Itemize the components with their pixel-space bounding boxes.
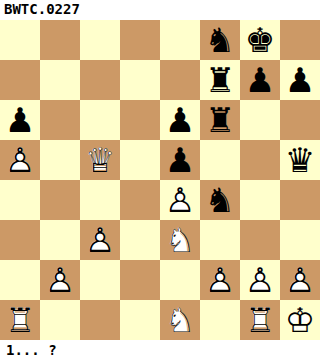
black-pawn-piece: ♟ — [245, 60, 275, 100]
black-king-piece: ♚ — [245, 20, 275, 60]
square-e5[interactable]: ♟ — [160, 140, 200, 180]
square-a8[interactable] — [0, 20, 40, 60]
white-rook-piece: ♜♖ — [240, 300, 280, 340]
square-c5[interactable]: ♛♕ — [80, 140, 120, 180]
square-g4[interactable] — [240, 180, 280, 220]
square-h7[interactable]: ♟ — [280, 60, 320, 100]
square-f1[interactable] — [200, 300, 240, 340]
square-a7[interactable] — [0, 60, 40, 100]
black-pawn-piece: ♟ — [285, 60, 315, 100]
square-g8[interactable]: ♚ — [240, 20, 280, 60]
square-a3[interactable] — [0, 220, 40, 260]
square-d4[interactable] — [120, 180, 160, 220]
square-d2[interactable] — [120, 260, 160, 300]
square-c3[interactable]: ♟♙ — [80, 220, 120, 260]
square-h8[interactable] — [280, 20, 320, 60]
square-g7[interactable]: ♟ — [240, 60, 280, 100]
square-b7[interactable] — [40, 60, 80, 100]
square-f4[interactable]: ♞ — [200, 180, 240, 220]
white-pawn-piece: ♟♙ — [280, 260, 320, 300]
square-d6[interactable] — [120, 100, 160, 140]
square-a5[interactable]: ♟♙ — [0, 140, 40, 180]
square-c4[interactable] — [80, 180, 120, 220]
square-e8[interactable] — [160, 20, 200, 60]
chess-board: ♞♚♜♟♟♟♟♜♟♙♛♕♟♛♟♙♞♟♙♞♘♟♙♟♙♟♙♟♙♜♖♞♘♜♖♚♔ — [0, 20, 320, 340]
move-prompt: 1... ? — [0, 340, 320, 360]
square-a1[interactable]: ♜♖ — [0, 300, 40, 340]
white-pawn-piece: ♟♙ — [0, 140, 40, 180]
white-pawn-piece: ♟♙ — [240, 260, 280, 300]
square-f6[interactable]: ♜ — [200, 100, 240, 140]
square-e3[interactable]: ♞♘ — [160, 220, 200, 260]
square-e2[interactable] — [160, 260, 200, 300]
square-f2[interactable]: ♟♙ — [200, 260, 240, 300]
square-e7[interactable] — [160, 60, 200, 100]
square-d8[interactable] — [120, 20, 160, 60]
square-f3[interactable] — [200, 220, 240, 260]
square-b1[interactable] — [40, 300, 80, 340]
white-pawn-piece: ♟♙ — [80, 220, 120, 260]
square-e4[interactable]: ♟♙ — [160, 180, 200, 220]
square-g6[interactable] — [240, 100, 280, 140]
black-pawn-piece: ♟ — [165, 140, 195, 180]
square-d3[interactable] — [120, 220, 160, 260]
square-h5[interactable]: ♛ — [280, 140, 320, 180]
white-knight-piece: ♞♘ — [160, 220, 200, 260]
square-g1[interactable]: ♜♖ — [240, 300, 280, 340]
white-pawn-piece: ♟♙ — [200, 260, 240, 300]
square-f7[interactable]: ♜ — [200, 60, 240, 100]
square-b4[interactable] — [40, 180, 80, 220]
square-g5[interactable] — [240, 140, 280, 180]
black-rook-piece: ♜ — [205, 100, 235, 140]
black-rook-piece: ♜ — [205, 60, 235, 100]
white-pawn-piece: ♟♙ — [40, 260, 80, 300]
square-c1[interactable] — [80, 300, 120, 340]
black-knight-piece: ♞ — [205, 180, 235, 220]
square-f5[interactable] — [200, 140, 240, 180]
square-b2[interactable]: ♟♙ — [40, 260, 80, 300]
square-b5[interactable] — [40, 140, 80, 180]
square-h6[interactable] — [280, 100, 320, 140]
square-h2[interactable]: ♟♙ — [280, 260, 320, 300]
square-d5[interactable] — [120, 140, 160, 180]
square-e1[interactable]: ♞♘ — [160, 300, 200, 340]
square-d7[interactable] — [120, 60, 160, 100]
square-h4[interactable] — [280, 180, 320, 220]
white-knight-piece: ♞♘ — [160, 300, 200, 340]
square-b6[interactable] — [40, 100, 80, 140]
square-c7[interactable] — [80, 60, 120, 100]
square-b8[interactable] — [40, 20, 80, 60]
square-b3[interactable] — [40, 220, 80, 260]
white-queen-piece: ♛♕ — [80, 140, 120, 180]
square-c2[interactable] — [80, 260, 120, 300]
square-d1[interactable] — [120, 300, 160, 340]
square-e6[interactable]: ♟ — [160, 100, 200, 140]
white-pawn-piece: ♟♙ — [160, 180, 200, 220]
square-c6[interactable] — [80, 100, 120, 140]
black-queen-piece: ♛ — [285, 140, 315, 180]
square-g3[interactable] — [240, 220, 280, 260]
square-h3[interactable] — [280, 220, 320, 260]
black-pawn-piece: ♟ — [5, 100, 35, 140]
puzzle-title: BWTC.0227 — [0, 0, 320, 20]
black-pawn-piece: ♟ — [165, 100, 195, 140]
square-a4[interactable] — [0, 180, 40, 220]
square-f8[interactable]: ♞ — [200, 20, 240, 60]
white-rook-piece: ♜♖ — [0, 300, 40, 340]
square-c8[interactable] — [80, 20, 120, 60]
white-king-piece: ♚♔ — [280, 300, 320, 340]
square-a6[interactable]: ♟ — [0, 100, 40, 140]
black-knight-piece: ♞ — [205, 20, 235, 60]
square-g2[interactable]: ♟♙ — [240, 260, 280, 300]
square-a2[interactable] — [0, 260, 40, 300]
square-h1[interactable]: ♚♔ — [280, 300, 320, 340]
